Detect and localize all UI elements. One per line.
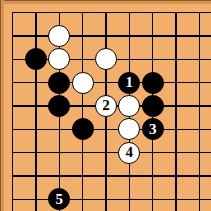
board-intersection	[48, 48, 71, 71]
board-intersection: 2	[94, 94, 117, 117]
board-intersection	[118, 118, 141, 141]
stone-black	[25, 48, 47, 70]
board-edge-left	[0, 0, 4, 211]
board-intersection: 5	[48, 188, 71, 211]
stone-black-move-3: 3	[142, 118, 164, 140]
board-intersection	[48, 24, 71, 47]
board-intersection	[48, 94, 71, 117]
stones-grid: 12345	[1, 1, 211, 211]
board-intersection: 3	[141, 118, 164, 141]
stone-black	[142, 72, 164, 94]
stone-white-move-4: 4	[118, 142, 140, 164]
board-intersection	[71, 118, 94, 141]
stone-white	[72, 72, 94, 94]
board-intersection	[141, 71, 164, 94]
board-intersection: 4	[118, 141, 141, 164]
board-intersection	[71, 71, 94, 94]
board-edge-top	[0, 0, 211, 4]
board-intersection	[141, 94, 164, 117]
stone-black	[72, 118, 94, 140]
stone-white	[118, 95, 140, 117]
stone-black	[142, 95, 164, 117]
stone-black-move-5: 5	[48, 188, 70, 210]
stone-white-move-2: 2	[95, 95, 117, 117]
go-diagram: 12345	[0, 0, 211, 211]
stone-black	[48, 72, 70, 94]
stone-white	[48, 25, 70, 47]
stone-white	[48, 48, 70, 70]
board-intersection	[48, 71, 71, 94]
board-intersection	[118, 94, 141, 117]
stone-white	[118, 118, 140, 140]
board-intersection: 1	[118, 71, 141, 94]
board-intersection	[94, 48, 117, 71]
go-board: 12345	[0, 0, 211, 211]
stone-black-move-1: 1	[118, 72, 140, 94]
board-intersection	[24, 48, 47, 71]
stone-black	[48, 95, 70, 117]
stone-white	[95, 48, 117, 70]
